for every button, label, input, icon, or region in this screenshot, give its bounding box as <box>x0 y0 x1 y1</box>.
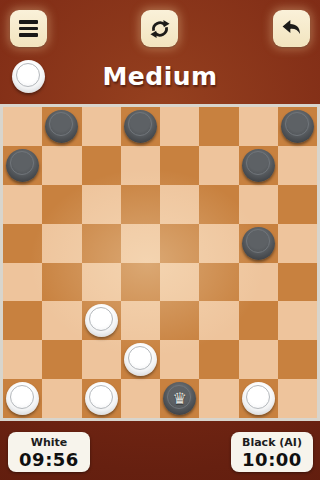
board-square[interactable] <box>278 185 317 224</box>
board-square[interactable] <box>3 340 42 379</box>
board-square[interactable] <box>199 263 238 302</box>
black-piece[interactable] <box>45 110 78 143</box>
board-square[interactable] <box>199 185 238 224</box>
king-crown-icon: ♛ <box>163 382 196 415</box>
board-square[interactable] <box>121 107 160 146</box>
board-square[interactable] <box>42 301 81 340</box>
white-clock-time: 09:56 <box>8 450 90 470</box>
black-piece[interactable] <box>6 149 39 182</box>
board-square[interactable] <box>82 340 121 379</box>
board-square[interactable] <box>82 146 121 185</box>
board-square[interactable] <box>3 379 42 418</box>
board-square[interactable] <box>239 107 278 146</box>
white-piece[interactable] <box>242 382 275 415</box>
board-square[interactable] <box>160 301 199 340</box>
board-square[interactable] <box>239 185 278 224</box>
turn-indicator-white-piece <box>12 60 45 93</box>
board-square[interactable] <box>160 340 199 379</box>
board-square[interactable] <box>239 301 278 340</box>
board-square[interactable] <box>3 146 42 185</box>
board-square[interactable] <box>278 340 317 379</box>
board-square[interactable] <box>199 301 238 340</box>
board-square[interactable] <box>82 185 121 224</box>
checkers-app: Medium ♛ White 09:56 Black (AI) 10:00 <box>0 0 320 480</box>
board-square[interactable] <box>42 379 81 418</box>
difficulty-title: Medium <box>0 62 320 91</box>
board-square[interactable] <box>121 224 160 263</box>
black-piece[interactable] <box>242 149 275 182</box>
board-square[interactable] <box>3 107 42 146</box>
board-square[interactable] <box>199 146 238 185</box>
black-king-piece[interactable]: ♛ <box>163 382 196 415</box>
board-square[interactable] <box>239 340 278 379</box>
white-clock-label: White <box>8 436 90 450</box>
refresh-icon <box>149 18 171 40</box>
black-clock-time: 10:00 <box>231 450 313 470</box>
undo-arrow-icon <box>280 17 303 40</box>
white-piece[interactable] <box>85 382 118 415</box>
board-square[interactable] <box>199 379 238 418</box>
board-square[interactable] <box>239 146 278 185</box>
board-square[interactable] <box>3 224 42 263</box>
black-clock-label: Black (AI) <box>231 436 313 450</box>
board-square[interactable] <box>121 263 160 302</box>
board-square[interactable] <box>82 224 121 263</box>
board-square[interactable] <box>82 301 121 340</box>
board-square[interactable] <box>160 146 199 185</box>
board-square[interactable] <box>278 146 317 185</box>
black-piece[interactable] <box>281 110 314 143</box>
board-square[interactable] <box>82 379 121 418</box>
restart-button[interactable] <box>141 10 178 47</box>
board-square[interactable] <box>239 224 278 263</box>
board-square[interactable] <box>82 263 121 302</box>
board-square[interactable] <box>278 301 317 340</box>
board-square[interactable]: ♛ <box>160 379 199 418</box>
board-square[interactable] <box>3 263 42 302</box>
board-square[interactable] <box>121 301 160 340</box>
board-square[interactable] <box>121 185 160 224</box>
black-clock-panel: Black (AI) 10:00 <box>231 432 313 472</box>
board-square[interactable] <box>42 340 81 379</box>
board-square[interactable] <box>42 263 81 302</box>
board-square[interactable] <box>121 146 160 185</box>
board-square[interactable] <box>82 107 121 146</box>
white-piece[interactable] <box>124 343 157 376</box>
board-square[interactable] <box>3 301 42 340</box>
board-square[interactable] <box>278 263 317 302</box>
black-piece[interactable] <box>242 227 275 260</box>
menu-button[interactable] <box>10 10 47 47</box>
board-square[interactable] <box>160 185 199 224</box>
board-square[interactable] <box>42 146 81 185</box>
white-piece[interactable] <box>6 382 39 415</box>
board-square[interactable] <box>160 224 199 263</box>
board-square[interactable] <box>42 185 81 224</box>
white-piece[interactable] <box>85 304 118 337</box>
black-piece[interactable] <box>124 110 157 143</box>
board-square[interactable] <box>3 185 42 224</box>
hamburger-icon <box>19 20 38 36</box>
board-square[interactable] <box>160 107 199 146</box>
undo-button[interactable] <box>273 10 310 47</box>
board-square[interactable] <box>42 107 81 146</box>
board-square[interactable] <box>199 224 238 263</box>
board-square[interactable] <box>199 340 238 379</box>
board-square[interactable] <box>278 379 317 418</box>
board: ♛ <box>0 104 320 421</box>
board-square[interactable] <box>121 340 160 379</box>
board-square[interactable] <box>121 379 160 418</box>
board-square[interactable] <box>239 379 278 418</box>
board-square[interactable] <box>239 263 278 302</box>
board-square[interactable] <box>278 107 317 146</box>
white-clock-panel: White 09:56 <box>8 432 90 472</box>
board-square[interactable] <box>42 224 81 263</box>
board-square[interactable] <box>160 263 199 302</box>
board-square[interactable] <box>199 107 238 146</box>
board-square[interactable] <box>278 224 317 263</box>
